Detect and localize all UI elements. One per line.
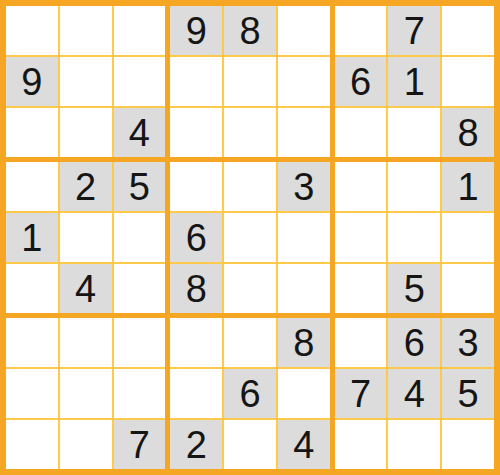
cell-r2c8: 1 xyxy=(388,57,440,106)
cell-r3c1[interactable] xyxy=(6,108,58,157)
cell-r4c6: 3 xyxy=(278,162,330,211)
cell-r5c5[interactable] xyxy=(224,213,276,262)
cell-r1c3[interactable] xyxy=(114,6,166,55)
cell-r7c4[interactable] xyxy=(170,318,222,367)
cell-r2c6[interactable] xyxy=(278,57,330,106)
cell-r7c6: 8 xyxy=(278,318,330,367)
cell-r5c6[interactable] xyxy=(278,213,330,262)
cell-r5c8[interactable] xyxy=(388,213,440,262)
cell-r1c6[interactable] xyxy=(278,6,330,55)
cell-r9c7[interactable] xyxy=(335,420,387,469)
cell-r1c4: 9 xyxy=(170,6,222,55)
cell-r5c4: 6 xyxy=(170,213,222,262)
cell-r9c4: 2 xyxy=(170,420,222,469)
cell-r1c5: 8 xyxy=(224,6,276,55)
box-3-1: 7 xyxy=(6,318,165,469)
cell-r3c3: 4 xyxy=(114,108,166,157)
cell-r2c7: 6 xyxy=(335,57,387,106)
cell-r8c7: 7 xyxy=(335,369,387,418)
cell-r9c5[interactable] xyxy=(224,420,276,469)
cell-r5c9[interactable] xyxy=(442,213,494,262)
cell-r6c6[interactable] xyxy=(278,264,330,313)
cell-r8c5: 6 xyxy=(224,369,276,418)
cell-r6c7[interactable] xyxy=(335,264,387,313)
cell-r6c3[interactable] xyxy=(114,264,166,313)
cell-r5c2[interactable] xyxy=(60,213,112,262)
cell-r7c2[interactable] xyxy=(60,318,112,367)
cell-r3c5[interactable] xyxy=(224,108,276,157)
cell-r8c9: 5 xyxy=(442,369,494,418)
cell-r8c8: 4 xyxy=(388,369,440,418)
cell-r9c8[interactable] xyxy=(388,420,440,469)
cell-r3c4[interactable] xyxy=(170,108,222,157)
cell-r2c9[interactable] xyxy=(442,57,494,106)
cell-r4c4[interactable] xyxy=(170,162,222,211)
box-1-1: 94 xyxy=(6,6,165,157)
box-2-1: 2514 xyxy=(6,162,165,313)
cell-r8c6[interactable] xyxy=(278,369,330,418)
cell-r4c9: 1 xyxy=(442,162,494,211)
cell-r6c1[interactable] xyxy=(6,264,58,313)
cell-r6c5[interactable] xyxy=(224,264,276,313)
cell-r8c1[interactable] xyxy=(6,369,58,418)
cell-r4c8[interactable] xyxy=(388,162,440,211)
cell-r2c3[interactable] xyxy=(114,57,166,106)
cell-r3c2[interactable] xyxy=(60,108,112,157)
cell-r3c6[interactable] xyxy=(278,108,330,157)
cell-r4c2: 2 xyxy=(60,162,112,211)
box-2-3: 15 xyxy=(335,162,494,313)
cell-r2c5[interactable] xyxy=(224,57,276,106)
cell-r5c7[interactable] xyxy=(335,213,387,262)
cell-r7c9: 3 xyxy=(442,318,494,367)
cell-r2c1: 9 xyxy=(6,57,58,106)
cell-r2c4[interactable] xyxy=(170,57,222,106)
cell-r9c3: 7 xyxy=(114,420,166,469)
box-1-3: 7618 xyxy=(335,6,494,157)
cell-r1c1[interactable] xyxy=(6,6,58,55)
box-3-2: 8624 xyxy=(170,318,329,469)
cell-r9c2[interactable] xyxy=(60,420,112,469)
cell-r4c5[interactable] xyxy=(224,162,276,211)
cell-r4c3: 5 xyxy=(114,162,166,211)
cell-r1c8: 7 xyxy=(388,6,440,55)
cell-r8c2[interactable] xyxy=(60,369,112,418)
cell-r3c8[interactable] xyxy=(388,108,440,157)
cell-r9c1[interactable] xyxy=(6,420,58,469)
box-1-2: 98 xyxy=(170,6,329,157)
cell-r8c4[interactable] xyxy=(170,369,222,418)
cell-r8c3[interactable] xyxy=(114,369,166,418)
cell-r9c9[interactable] xyxy=(442,420,494,469)
cell-r7c1[interactable] xyxy=(6,318,58,367)
cell-r6c8: 5 xyxy=(388,264,440,313)
cell-r7c7[interactable] xyxy=(335,318,387,367)
cell-r7c3[interactable] xyxy=(114,318,166,367)
sudoku-board: 949876182514368157862463745 xyxy=(0,0,500,475)
cell-r3c7[interactable] xyxy=(335,108,387,157)
cell-r5c3[interactable] xyxy=(114,213,166,262)
cell-r3c9: 8 xyxy=(442,108,494,157)
cell-r1c7[interactable] xyxy=(335,6,387,55)
cell-r5c1: 1 xyxy=(6,213,58,262)
cell-r1c2[interactable] xyxy=(60,6,112,55)
cell-r4c7[interactable] xyxy=(335,162,387,211)
cell-r7c5[interactable] xyxy=(224,318,276,367)
cell-r6c4: 8 xyxy=(170,264,222,313)
box-3-3: 63745 xyxy=(335,318,494,469)
cell-r6c9[interactable] xyxy=(442,264,494,313)
cell-r1c9[interactable] xyxy=(442,6,494,55)
cell-r6c2: 4 xyxy=(60,264,112,313)
cell-r4c1[interactable] xyxy=(6,162,58,211)
box-2-2: 368 xyxy=(170,162,329,313)
cell-r2c2[interactable] xyxy=(60,57,112,106)
cell-r7c8: 6 xyxy=(388,318,440,367)
cell-r9c6: 4 xyxy=(278,420,330,469)
